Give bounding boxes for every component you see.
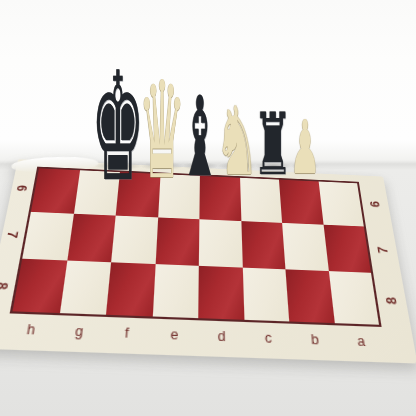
file-label-g: g (74, 324, 84, 340)
rank-label-7-right: 7 (375, 246, 392, 253)
square-a8 (328, 271, 379, 324)
file-label-d: d (218, 329, 226, 345)
square-f7 (111, 215, 158, 264)
file-label-h: h (26, 322, 37, 338)
file-label-f: f (124, 325, 129, 341)
square-e7 (155, 217, 199, 266)
file-label-c: c (264, 330, 272, 346)
rank-label-6-right: 6 (367, 200, 383, 207)
square-g8 (59, 261, 111, 315)
rank-label-7-left: 7 (4, 230, 22, 237)
square-b7 (282, 223, 328, 272)
cream-pawn-piece: ♟ (290, 110, 321, 184)
square-d8 (198, 266, 244, 320)
square-e8 (152, 264, 199, 318)
square-f8 (106, 263, 155, 317)
square-h7 (22, 212, 73, 261)
square-c8 (242, 268, 289, 322)
square-d7 (199, 219, 242, 268)
square-c7 (241, 221, 286, 270)
file-label-a: a (356, 334, 366, 350)
black-king-piece: ♚ (91, 52, 145, 202)
file-label-e: e (170, 327, 178, 343)
black-rook-piece: ♜ (253, 101, 293, 187)
square-g7 (67, 213, 116, 262)
square-a6 (318, 181, 364, 226)
square-a7 (323, 224, 371, 273)
square-b8 (285, 270, 334, 323)
square-h6 (31, 168, 80, 213)
rank-label-8-right: 8 (383, 296, 401, 304)
rank-label-6-left: 6 (14, 184, 31, 191)
square-h8 (12, 259, 66, 313)
file-label-b: b (310, 332, 319, 348)
rank-label-8-left: 8 (0, 281, 13, 289)
chess-set-photo: ♚ ♛ ♝ ♞ ♜ ♟ 6 7 8 6 7 8 (0, 0, 416, 416)
